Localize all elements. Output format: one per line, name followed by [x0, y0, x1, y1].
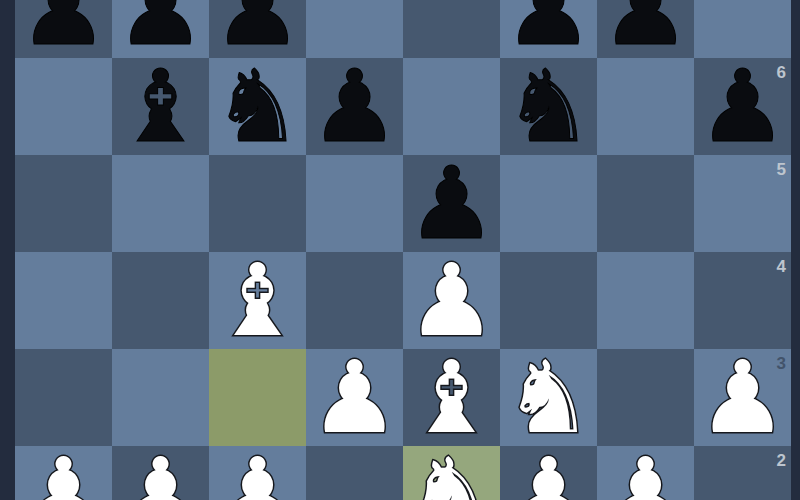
piece-white-pawn[interactable]: ♟	[407, 252, 497, 349]
piece-black-knight[interactable]: ♞	[213, 58, 303, 155]
square-c3[interactable]	[209, 349, 306, 446]
square-g4[interactable]	[597, 252, 694, 349]
square-d5[interactable]	[306, 155, 403, 252]
chess-board-viewport: ♟♟♟♟♟♝♞♟♞♟♟♝♟♟♝♞♟♟♟♟♞♟♟ 65432	[0, 0, 800, 500]
square-a5[interactable]	[15, 155, 112, 252]
square-h6[interactable]: ♟	[694, 58, 791, 155]
piece-white-bishop[interactable]: ♝	[407, 349, 497, 446]
piece-white-pawn[interactable]: ♟	[19, 446, 109, 500]
square-e6[interactable]	[403, 58, 500, 155]
square-c6[interactable]: ♞	[209, 58, 306, 155]
square-f6[interactable]: ♞	[500, 58, 597, 155]
square-c2[interactable]: ♟	[209, 446, 306, 500]
piece-black-knight[interactable]: ♞	[504, 58, 594, 155]
square-e4[interactable]: ♟	[403, 252, 500, 349]
square-a3[interactable]	[15, 349, 112, 446]
square-b6[interactable]: ♝	[112, 58, 209, 155]
square-f3[interactable]: ♞	[500, 349, 597, 446]
piece-black-pawn[interactable]: ♟	[19, 0, 109, 58]
square-f5[interactable]	[500, 155, 597, 252]
square-f2[interactable]: ♟	[500, 446, 597, 500]
square-d4[interactable]	[306, 252, 403, 349]
square-g2[interactable]: ♟	[597, 446, 694, 500]
piece-white-bishop[interactable]: ♝	[213, 252, 303, 349]
square-e5[interactable]: ♟	[403, 155, 500, 252]
square-f4[interactable]	[500, 252, 597, 349]
square-h2[interactable]	[694, 446, 791, 500]
square-h4[interactable]	[694, 252, 791, 349]
piece-white-pawn[interactable]: ♟	[504, 446, 594, 500]
square-e7[interactable]	[403, 0, 500, 58]
square-d2[interactable]	[306, 446, 403, 500]
square-h5[interactable]	[694, 155, 791, 252]
piece-white-pawn[interactable]: ♟	[698, 349, 788, 446]
piece-white-pawn[interactable]: ♟	[116, 446, 206, 500]
piece-black-pawn[interactable]: ♟	[601, 0, 691, 58]
square-a2[interactable]: ♟	[15, 446, 112, 500]
piece-white-pawn[interactable]: ♟	[601, 446, 691, 500]
square-c4[interactable]: ♝	[209, 252, 306, 349]
square-b2[interactable]: ♟	[112, 446, 209, 500]
square-h3[interactable]: ♟	[694, 349, 791, 446]
square-a6[interactable]	[15, 58, 112, 155]
square-d6[interactable]: ♟	[306, 58, 403, 155]
square-d3[interactable]: ♟	[306, 349, 403, 446]
square-a7[interactable]: ♟	[15, 0, 112, 58]
square-a4[interactable]	[15, 252, 112, 349]
square-g5[interactable]	[597, 155, 694, 252]
piece-white-pawn[interactable]: ♟	[310, 349, 400, 446]
square-b4[interactable]	[112, 252, 209, 349]
piece-white-pawn[interactable]: ♟	[213, 446, 303, 500]
piece-black-bishop[interactable]: ♝	[116, 58, 206, 155]
piece-black-pawn[interactable]: ♟	[407, 155, 497, 252]
square-g7[interactable]: ♟	[597, 0, 694, 58]
piece-black-pawn[interactable]: ♟	[698, 58, 788, 155]
square-b3[interactable]	[112, 349, 209, 446]
square-g3[interactable]	[597, 349, 694, 446]
piece-white-knight[interactable]: ♞	[504, 349, 594, 446]
piece-black-pawn[interactable]: ♟	[310, 58, 400, 155]
square-e3[interactable]: ♝	[403, 349, 500, 446]
square-g6[interactable]	[597, 58, 694, 155]
square-e2[interactable]: ♞	[403, 446, 500, 500]
square-b5[interactable]	[112, 155, 209, 252]
chess-board: ♟♟♟♟♟♝♞♟♞♟♟♝♟♟♝♞♟♟♟♟♞♟♟	[15, 0, 791, 500]
piece-white-knight[interactable]: ♞	[407, 446, 497, 500]
square-c5[interactable]	[209, 155, 306, 252]
